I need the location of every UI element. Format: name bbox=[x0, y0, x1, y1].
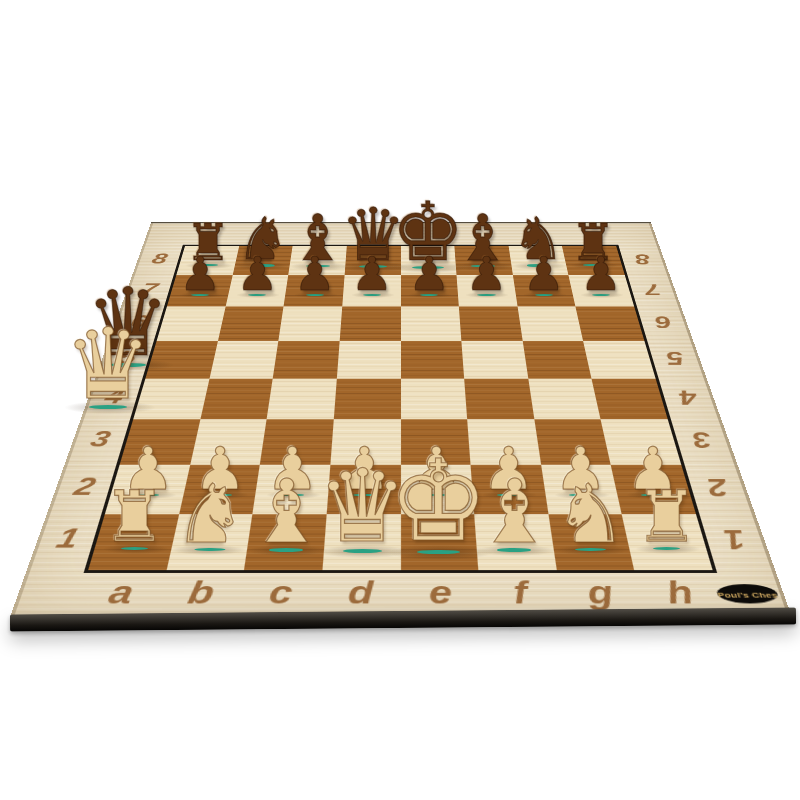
piece-dark-pawn-c7[interactable]: ♟ bbox=[291, 251, 339, 299]
piece-dark-pawn-a7[interactable]: ♟ bbox=[176, 251, 224, 299]
piece-dark-pawn-g7[interactable]: ♟ bbox=[520, 251, 568, 299]
piece-dark-pawn-e7[interactable]: ♟ bbox=[405, 251, 453, 299]
pieces-layer: ♜♞♝♛♚♝♞♜♟♟♟♟♟♟♟♟♟♟♟♟♟♟♟♟♜♞♝♛♚♝♞♜♛♛ bbox=[0, 0, 800, 800]
spare-queen-light[interactable]: ♛ bbox=[58, 314, 158, 414]
piece-light-knight-b1[interactable]: ♞ bbox=[169, 473, 251, 555]
piece-dark-pawn-b7[interactable]: ♟ bbox=[234, 251, 282, 299]
piece-dark-pawn-h7[interactable]: ♟ bbox=[577, 251, 625, 299]
piece-light-rook-h1[interactable]: ♜ bbox=[631, 482, 703, 554]
photo-stage: 87654321 87654321 abcdefgh Poul's Chess … bbox=[0, 0, 800, 800]
piece-dark-pawn-f7[interactable]: ♟ bbox=[463, 251, 511, 299]
piece-light-rook-a1[interactable]: ♜ bbox=[98, 482, 170, 554]
piece-light-knight-g1[interactable]: ♞ bbox=[549, 473, 631, 555]
piece-light-bishop-f1[interactable]: ♝ bbox=[470, 467, 560, 557]
piece-dark-pawn-d7[interactable]: ♟ bbox=[348, 251, 396, 299]
